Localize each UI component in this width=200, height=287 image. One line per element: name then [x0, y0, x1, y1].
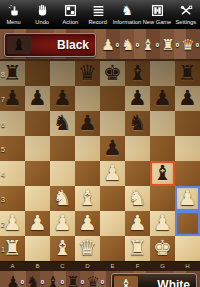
square-c6[interactable]: ♞: [50, 111, 75, 136]
square-a1[interactable]: 1♜: [0, 236, 25, 261]
square-c1[interactable]: ♝: [50, 236, 75, 261]
square-g2[interactable]: ♟: [150, 211, 175, 236]
captured-pawn: ♟0: [3, 272, 23, 287]
piece-black-pawn: ♟: [125, 86, 150, 111]
square-f4[interactable]: [125, 161, 150, 186]
captured-queen: ♛0: [83, 272, 103, 287]
piece-white-knight: ♞: [125, 186, 150, 211]
information-label: Information: [113, 19, 142, 25]
white-piece-icon: ♝: [114, 276, 138, 287]
board-wrap: 8♜♛♚♝♜7♟♟♟♟♟♟6♞♟♞5♟4♟♝3♞♝♞♟2♟♟♟♟♟♟1♜♝♛♜♚: [0, 59, 200, 261]
white-player-label: White: [138, 278, 196, 287]
square-h8[interactable]: ♜: [175, 61, 200, 86]
new-game-button[interactable]: New Game: [142, 0, 172, 28]
piece-white-pawn: ♟: [100, 161, 125, 186]
knight-icon: ♞: [121, 4, 133, 18]
piece-black-pawn: ♟: [100, 136, 125, 161]
settings-label: Settings: [176, 19, 197, 25]
action-button[interactable]: Action: [56, 0, 84, 28]
rank-label-1: 1: [1, 245, 5, 252]
square-h6[interactable]: [175, 111, 200, 136]
file-label-d: D: [75, 262, 100, 271]
piece-white-bishop: ♝: [50, 236, 75, 261]
square-g6[interactable]: [150, 111, 175, 136]
piece-white-pawn: ♟: [125, 211, 150, 236]
black-player-bar: ♝ Black: [4, 33, 96, 57]
square-b6[interactable]: [25, 111, 50, 136]
piece-white-queen: ♛: [75, 236, 100, 261]
file-label-a: A: [0, 262, 25, 271]
captured-rook: ♜0: [63, 272, 83, 287]
rank-label-8: 8: [1, 70, 5, 77]
square-d1[interactable]: ♛: [75, 236, 100, 261]
square-g8[interactable]: [150, 61, 175, 86]
square-b3[interactable]: [25, 186, 50, 211]
square-f6[interactable]: ♞: [125, 111, 150, 136]
chess-board: 8♜♛♚♝♜7♟♟♟♟♟♟6♞♟♞5♟4♟♝3♞♝♞♟2♟♟♟♟♟♟1♜♝♛♜♚: [0, 61, 200, 261]
rank-label-4: 4: [1, 170, 5, 177]
square-d6[interactable]: ♟: [75, 111, 100, 136]
file-label-e: E: [100, 262, 125, 271]
piece-white-bishop: ♝: [75, 186, 100, 211]
square-d5[interactable]: [75, 136, 100, 161]
square-a5[interactable]: 5: [0, 136, 25, 161]
board-window-icon: [151, 4, 164, 18]
square-f2[interactable]: ♟: [125, 211, 150, 236]
square-c7[interactable]: ♟: [50, 86, 75, 111]
captured-bishop: ♝0: [43, 272, 63, 287]
list-lines-icon: [92, 4, 105, 18]
piece-black-pawn: ♟: [25, 86, 50, 111]
menu-button[interactable]: Menu: [0, 0, 28, 28]
captured-by-white-tray: ♟0♞0♝0♜0♛0: [3, 271, 103, 287]
hand-palm-icon: [36, 4, 49, 18]
square-c4[interactable]: [50, 161, 75, 186]
square-h1[interactable]: [175, 236, 200, 261]
information-button[interactable]: ♞ Information: [112, 0, 142, 28]
undo-button[interactable]: Undo: [28, 0, 56, 28]
captured-queen-count: 0: [196, 35, 199, 55]
piece-black-queen: ♛: [75, 61, 100, 86]
menu-label: Menu: [7, 19, 21, 25]
piece-black-knight: ♞: [50, 111, 75, 136]
captured-by-black-tray: ♟0♞0♝0♜0♛0: [98, 33, 198, 57]
captured-knight: ♞0: [23, 272, 43, 287]
square-c3[interactable]: ♞: [50, 186, 75, 211]
square-e7[interactable]: [100, 86, 125, 111]
square-d4[interactable]: [75, 161, 100, 186]
square-g4[interactable]: ♝: [150, 161, 175, 186]
file-label-b: B: [25, 262, 50, 271]
square-f7[interactable]: ♟: [125, 86, 150, 111]
square-e8[interactable]: ♚: [100, 61, 125, 86]
square-d8[interactable]: ♛: [75, 61, 100, 86]
rank-label-3: 3: [1, 195, 5, 202]
file-label-c: C: [50, 262, 75, 271]
square-g1[interactable]: ♚: [150, 236, 175, 261]
square-b7[interactable]: ♟: [25, 86, 50, 111]
square-a3[interactable]: 3: [0, 186, 25, 211]
square-e3[interactable]: [100, 186, 125, 211]
square-g7[interactable]: ♟: [150, 86, 175, 111]
file-labels: ABCDEFGH: [0, 261, 200, 271]
toolbar: Menu Undo Action Record ♞ Information Ne…: [0, 0, 200, 29]
piece-black-bishop: ♝: [125, 61, 150, 86]
square-g5[interactable]: [150, 136, 175, 161]
square-b1[interactable]: [25, 236, 50, 261]
square-d3[interactable]: ♝: [75, 186, 100, 211]
new-game-label: New Game: [143, 19, 172, 25]
black-player-label: Black: [31, 38, 95, 52]
captured-knight: ♞0: [118, 35, 138, 55]
square-d2[interactable]: ♟: [75, 211, 100, 236]
square-b4[interactable]: [25, 161, 50, 186]
action-label: Action: [62, 19, 78, 25]
square-b8[interactable]: [25, 61, 50, 86]
piece-white-pawn: ♟: [175, 186, 200, 211]
square-e4[interactable]: ♟: [100, 161, 125, 186]
piece-black-king: ♚: [100, 61, 125, 86]
rank-label-7: 7: [1, 95, 5, 102]
square-a6[interactable]: 6: [0, 111, 25, 136]
white-player-bar: ♝ White: [111, 273, 197, 287]
piece-white-knight: ♞: [50, 186, 75, 211]
hand-pointer-icon: [8, 4, 21, 18]
record-button[interactable]: Record: [84, 0, 112, 28]
square-h7[interactable]: ♟: [175, 86, 200, 111]
file-label-h: H: [175, 262, 200, 271]
square-a7[interactable]: 7♟: [0, 86, 25, 111]
square-b2[interactable]: ♟: [25, 211, 50, 236]
settings-button[interactable]: Settings: [172, 0, 200, 28]
piece-black-pawn: ♟: [50, 86, 75, 111]
captured-pawn: ♟0: [98, 35, 118, 55]
piece-white-pawn: ♟: [50, 211, 75, 236]
square-e2[interactable]: [100, 211, 125, 236]
piece-white-rook: ♜: [125, 236, 150, 261]
square-a2[interactable]: 2♟: [0, 211, 25, 236]
piece-black-pawn: ♟: [175, 86, 200, 111]
square-d7[interactable]: [75, 86, 100, 111]
square-h2[interactable]: [175, 211, 200, 236]
captured-rook: ♜0: [158, 35, 178, 55]
square-f8[interactable]: ♝: [125, 61, 150, 86]
square-a4[interactable]: 4: [0, 161, 25, 186]
piece-black-bishop: ♝: [150, 161, 175, 186]
file-label-g: G: [150, 262, 175, 271]
black-player-row: ♝ Black ♟0♞0♝0♜0♛0: [0, 29, 200, 59]
piece-black-rook: ♜: [175, 61, 200, 86]
rank-label-6: 6: [1, 120, 5, 127]
record-label: Record: [89, 19, 107, 25]
square-h5[interactable]: [175, 136, 200, 161]
wrench-icon: [180, 4, 193, 18]
undo-label: Undo: [35, 19, 49, 25]
piece-black-knight: ♞: [125, 111, 150, 136]
captured-queen: ♛0: [178, 35, 198, 55]
square-g3[interactable]: [150, 186, 175, 211]
piece-white-pawn: ♟: [75, 211, 100, 236]
square-c8[interactable]: [50, 61, 75, 86]
file-label-f: F: [125, 262, 150, 271]
window-grid-icon: [64, 4, 77, 18]
captured-bishop: ♝0: [138, 35, 158, 55]
square-f3[interactable]: ♞: [125, 186, 150, 211]
square-h4[interactable]: [175, 161, 200, 186]
rank-label-2: 2: [1, 220, 5, 227]
square-b5[interactable]: [25, 136, 50, 161]
square-e6[interactable]: [100, 111, 125, 136]
captured-queen-count: 0: [101, 272, 104, 287]
square-h3[interactable]: ♟: [175, 186, 200, 211]
white-player-row: ♟0♞0♝0♜0♛0 ♝ White: [0, 271, 200, 287]
piece-black-pawn: ♟: [75, 111, 100, 136]
square-c2[interactable]: ♟: [50, 211, 75, 236]
square-c5[interactable]: [50, 136, 75, 161]
piece-white-pawn: ♟: [25, 211, 50, 236]
square-f1[interactable]: ♜: [125, 236, 150, 261]
piece-white-pawn: ♟: [150, 211, 175, 236]
piece-white-king: ♚: [150, 236, 175, 261]
square-e5[interactable]: ♟: [100, 136, 125, 161]
square-e1[interactable]: [100, 236, 125, 261]
piece-black-pawn: ♟: [150, 86, 175, 111]
square-f5[interactable]: [125, 136, 150, 161]
black-piece-icon: ♝: [7, 36, 31, 54]
rank-label-5: 5: [1, 145, 5, 152]
square-a8[interactable]: 8♜: [0, 61, 25, 86]
